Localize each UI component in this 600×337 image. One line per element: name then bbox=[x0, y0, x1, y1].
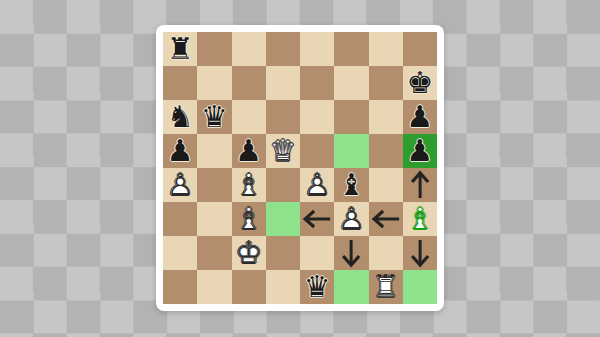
square-e6[interactable] bbox=[300, 100, 334, 134]
square-f3[interactable]: ♟♙ bbox=[334, 202, 368, 236]
white-pawn-piece[interactable]: ♟ bbox=[163, 168, 197, 202]
black-queen-piece[interactable]: ♛ bbox=[300, 270, 334, 304]
square-d1[interactable] bbox=[266, 270, 300, 304]
white-king-piece-outline: ♔ bbox=[232, 236, 266, 270]
move-arrow-up-icon bbox=[403, 168, 437, 202]
move-arrow-down-icon bbox=[403, 236, 437, 270]
square-f4[interactable]: ♝ bbox=[334, 168, 368, 202]
square-g2[interactable] bbox=[369, 236, 403, 270]
square-b7[interactable] bbox=[197, 66, 231, 100]
square-g5[interactable] bbox=[369, 134, 403, 168]
white-rook-piece-outline: ♖ bbox=[369, 270, 403, 304]
black-king-piece[interactable]: ♚ bbox=[403, 66, 437, 100]
square-h4[interactable] bbox=[403, 168, 437, 202]
square-c3[interactable]: ♝♗ bbox=[232, 202, 266, 236]
square-d2[interactable] bbox=[266, 236, 300, 270]
square-a7[interactable] bbox=[163, 66, 197, 100]
square-e2[interactable] bbox=[300, 236, 334, 270]
move-arrow-down-icon bbox=[334, 236, 368, 270]
white-king-piece[interactable]: ♚ bbox=[232, 236, 266, 270]
square-b1[interactable] bbox=[197, 270, 231, 304]
square-b4[interactable] bbox=[197, 168, 231, 202]
square-e1[interactable]: ♛ bbox=[300, 270, 334, 304]
black-bishop-piece[interactable]: ♝ bbox=[334, 168, 368, 202]
square-c5[interactable]: ♟ bbox=[232, 134, 266, 168]
square-h8[interactable] bbox=[403, 32, 437, 66]
square-c6[interactable] bbox=[232, 100, 266, 134]
square-e8[interactable] bbox=[300, 32, 334, 66]
white-bishop-piece-outline: ♗ bbox=[232, 202, 266, 236]
white-queen-piece-outline: ♕ bbox=[266, 134, 300, 168]
square-b5[interactable] bbox=[197, 134, 231, 168]
white-bishop-piece[interactable]: ♝ bbox=[232, 168, 266, 202]
square-d5[interactable]: ♛♕ bbox=[266, 134, 300, 168]
square-c1[interactable] bbox=[232, 270, 266, 304]
black-queen-piece[interactable]: ♛ bbox=[197, 100, 231, 134]
square-h3[interactable]: ♝♗ bbox=[403, 202, 437, 236]
white-queen-piece[interactable]: ♛ bbox=[266, 134, 300, 168]
black-rook-piece[interactable]: ♜ bbox=[163, 32, 197, 66]
square-h7[interactable]: ♚ bbox=[403, 66, 437, 100]
white-pawn-piece[interactable]: ♟ bbox=[300, 168, 334, 202]
square-d7[interactable] bbox=[266, 66, 300, 100]
chess-board: ♜♚♞♛♟♟♟♛♕♟♟♙♝♗♟♙♝♝♗♟♙♝♗♚♔♛♜♖ bbox=[163, 32, 437, 304]
square-b3[interactable] bbox=[197, 202, 231, 236]
white-rook-piece[interactable]: ♜ bbox=[369, 270, 403, 304]
square-d8[interactable] bbox=[266, 32, 300, 66]
square-g4[interactable] bbox=[369, 168, 403, 202]
square-g8[interactable] bbox=[369, 32, 403, 66]
square-d4[interactable] bbox=[266, 168, 300, 202]
square-d6[interactable] bbox=[266, 100, 300, 134]
white-bishop-piece[interactable]: ♝ bbox=[232, 202, 266, 236]
green-bishop-piece-outline: ♗ bbox=[403, 202, 437, 236]
square-h1-highlighted[interactable] bbox=[403, 270, 437, 304]
white-pawn-piece-outline: ♙ bbox=[163, 168, 197, 202]
square-e4[interactable]: ♟♙ bbox=[300, 168, 334, 202]
white-pawn-piece-outline: ♙ bbox=[334, 202, 368, 236]
square-g7[interactable] bbox=[369, 66, 403, 100]
square-f8[interactable] bbox=[334, 32, 368, 66]
square-g3[interactable] bbox=[369, 202, 403, 236]
square-b6[interactable]: ♛ bbox=[197, 100, 231, 134]
square-e5[interactable] bbox=[300, 134, 334, 168]
move-arrow-left-icon bbox=[300, 202, 334, 236]
square-f2[interactable] bbox=[334, 236, 368, 270]
square-e7[interactable] bbox=[300, 66, 334, 100]
square-a1[interactable] bbox=[163, 270, 197, 304]
board-frame: ♜♚♞♛♟♟♟♛♕♟♟♙♝♗♟♙♝♝♗♟♙♝♗♚♔♛♜♖ bbox=[156, 25, 444, 311]
white-pawn-piece[interactable]: ♟ bbox=[334, 202, 368, 236]
square-a6[interactable]: ♞ bbox=[163, 100, 197, 134]
square-a8[interactable]: ♜ bbox=[163, 32, 197, 66]
square-c8[interactable] bbox=[232, 32, 266, 66]
black-pawn-piece[interactable]: ♟ bbox=[232, 134, 266, 168]
square-f5-highlighted[interactable] bbox=[334, 134, 368, 168]
square-f7[interactable] bbox=[334, 66, 368, 100]
white-bishop-piece-outline: ♗ bbox=[232, 168, 266, 202]
black-pawn-piece[interactable]: ♟ bbox=[403, 134, 437, 168]
square-f6[interactable] bbox=[334, 100, 368, 134]
square-c7[interactable] bbox=[232, 66, 266, 100]
square-d3-highlighted[interactable] bbox=[266, 202, 300, 236]
square-e3[interactable] bbox=[300, 202, 334, 236]
square-h5-highlighted[interactable]: ♟ bbox=[403, 134, 437, 168]
black-pawn-piece[interactable]: ♟ bbox=[163, 134, 197, 168]
green-bishop-piece[interactable]: ♝ bbox=[403, 202, 437, 236]
square-b8[interactable] bbox=[197, 32, 231, 66]
black-pawn-piece[interactable]: ♟ bbox=[403, 100, 437, 134]
move-arrow-left-icon bbox=[369, 202, 403, 236]
square-a2[interactable] bbox=[163, 236, 197, 270]
square-g6[interactable] bbox=[369, 100, 403, 134]
square-a4[interactable]: ♟♙ bbox=[163, 168, 197, 202]
black-knight-piece[interactable]: ♞ bbox=[163, 100, 197, 134]
white-pawn-piece-outline: ♙ bbox=[300, 168, 334, 202]
square-a5[interactable]: ♟ bbox=[163, 134, 197, 168]
square-g1[interactable]: ♜♖ bbox=[369, 270, 403, 304]
square-c2[interactable]: ♚♔ bbox=[232, 236, 266, 270]
square-h2[interactable] bbox=[403, 236, 437, 270]
square-f1-highlighted[interactable] bbox=[334, 270, 368, 304]
page-background: { "game": "chess", "position": { "fen": … bbox=[0, 0, 600, 337]
square-b2[interactable] bbox=[197, 236, 231, 270]
square-h6[interactable]: ♟ bbox=[403, 100, 437, 134]
square-a3[interactable] bbox=[163, 202, 197, 236]
square-c4[interactable]: ♝♗ bbox=[232, 168, 266, 202]
